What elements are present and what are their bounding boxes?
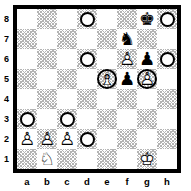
white-pawn-c2[interactable]: ♟♙ bbox=[57, 129, 77, 149]
piece-glyph: ♟ bbox=[137, 49, 157, 69]
square-c8[interactable] bbox=[57, 9, 77, 29]
square-c5[interactable] bbox=[57, 69, 77, 89]
white-pawn-g5[interactable]: ♟♙ bbox=[137, 69, 157, 89]
target-circle-d6 bbox=[80, 52, 95, 67]
white-knight-b1[interactable]: ♞♘ bbox=[37, 149, 57, 169]
square-a7[interactable] bbox=[17, 29, 37, 49]
target-circle-d2 bbox=[80, 132, 95, 147]
chess-diagram: 87654321 ♚♞♟♙♟♝♗♟♟♙♟♙♟♙♟♙♞♘♚♔ abcdefgh bbox=[0, 0, 191, 191]
square-h3[interactable] bbox=[157, 109, 177, 129]
square-a8[interactable] bbox=[17, 9, 37, 29]
target-circle-h6 bbox=[160, 52, 175, 67]
square-a3[interactable] bbox=[17, 109, 37, 129]
square-g4[interactable] bbox=[137, 89, 157, 109]
piece-glyph: ♞ bbox=[117, 29, 137, 49]
square-f4[interactable] bbox=[117, 89, 137, 109]
white-king-g1[interactable]: ♚♔ bbox=[137, 149, 157, 169]
square-f6[interactable]: ♟♙ bbox=[117, 49, 137, 69]
piece-glyph: ♘ bbox=[37, 149, 57, 169]
black-pawn-f5[interactable]: ♟ bbox=[117, 69, 137, 89]
square-e4[interactable] bbox=[97, 89, 117, 109]
square-d5[interactable] bbox=[77, 69, 97, 89]
square-e8[interactable] bbox=[97, 9, 117, 29]
file-label-g: g bbox=[137, 175, 157, 188]
piece-glyph: ♟ bbox=[117, 69, 137, 89]
black-king-g8[interactable]: ♚ bbox=[137, 9, 157, 29]
square-d8[interactable] bbox=[77, 9, 97, 29]
square-f8[interactable] bbox=[117, 9, 137, 29]
white-pawn-f6[interactable]: ♟♙ bbox=[117, 49, 137, 69]
square-b5[interactable] bbox=[37, 69, 57, 89]
square-b8[interactable] bbox=[37, 9, 57, 29]
file-label-d: d bbox=[77, 175, 97, 188]
rank-label-7: 7 bbox=[0, 29, 13, 49]
square-f2[interactable] bbox=[117, 129, 137, 149]
chess-board: ♚♞♟♙♟♝♗♟♟♙♟♙♟♙♟♙♞♘♚♔ bbox=[13, 5, 181, 173]
square-g7[interactable] bbox=[137, 29, 157, 49]
square-h7[interactable] bbox=[157, 29, 177, 49]
white-pawn-b2[interactable]: ♟♙ bbox=[37, 129, 57, 149]
square-b6[interactable] bbox=[37, 49, 57, 69]
square-c1[interactable] bbox=[57, 149, 77, 169]
rank-label-2: 2 bbox=[0, 129, 13, 149]
square-h1[interactable] bbox=[157, 149, 177, 169]
square-e1[interactable] bbox=[97, 149, 117, 169]
square-b3[interactable] bbox=[37, 109, 57, 129]
square-a5[interactable] bbox=[17, 69, 37, 89]
square-a2[interactable]: ♟♙ bbox=[17, 129, 37, 149]
file-labels: abcdefgh bbox=[17, 175, 177, 188]
square-g5[interactable]: ♟♙ bbox=[137, 69, 157, 89]
piece-glyph: ♗ bbox=[97, 69, 117, 89]
square-g3[interactable] bbox=[137, 109, 157, 129]
square-f7[interactable]: ♞ bbox=[117, 29, 137, 49]
square-b4[interactable] bbox=[37, 89, 57, 109]
square-d3[interactable] bbox=[77, 109, 97, 129]
file-label-f: f bbox=[117, 175, 137, 188]
square-h2[interactable] bbox=[157, 129, 177, 149]
square-h4[interactable] bbox=[157, 89, 177, 109]
square-c7[interactable] bbox=[57, 29, 77, 49]
piece-glyph: ♙ bbox=[37, 129, 57, 149]
piece-glyph: ♙ bbox=[17, 129, 37, 149]
white-bishop-e5[interactable]: ♝♗ bbox=[97, 69, 117, 89]
rank-label-3: 3 bbox=[0, 109, 13, 129]
square-h5[interactable] bbox=[157, 69, 177, 89]
square-b7[interactable] bbox=[37, 29, 57, 49]
square-e6[interactable] bbox=[97, 49, 117, 69]
target-circle-a3 bbox=[20, 112, 35, 127]
square-b2[interactable]: ♟♙ bbox=[37, 129, 57, 149]
file-label-b: b bbox=[37, 175, 57, 188]
white-pawn-a2[interactable]: ♟♙ bbox=[17, 129, 37, 149]
piece-glyph: ♚ bbox=[137, 9, 157, 29]
square-c2[interactable]: ♟♙ bbox=[57, 129, 77, 149]
file-label-a: a bbox=[17, 175, 37, 188]
square-h6[interactable] bbox=[157, 49, 177, 69]
square-e3[interactable] bbox=[97, 109, 117, 129]
square-g1[interactable]: ♚♔ bbox=[137, 149, 157, 169]
square-b1[interactable]: ♞♘ bbox=[37, 149, 57, 169]
square-g8[interactable]: ♚ bbox=[137, 9, 157, 29]
file-label-h: h bbox=[157, 175, 177, 188]
square-e7[interactable] bbox=[97, 29, 117, 49]
square-h8[interactable] bbox=[157, 9, 177, 29]
target-circle-d8 bbox=[80, 12, 95, 27]
square-f1[interactable] bbox=[117, 149, 137, 169]
square-c6[interactable] bbox=[57, 49, 77, 69]
target-circle-c3 bbox=[60, 112, 75, 127]
square-g6[interactable]: ♟ bbox=[137, 49, 157, 69]
file-label-e: e bbox=[97, 175, 117, 188]
black-knight-f7[interactable]: ♞ bbox=[117, 29, 137, 49]
piece-glyph: ♙ bbox=[137, 69, 157, 89]
piece-glyph: ♔ bbox=[137, 149, 157, 169]
rank-label-8: 8 bbox=[0, 9, 13, 29]
square-d7[interactable] bbox=[77, 29, 97, 49]
rank-label-5: 5 bbox=[0, 69, 13, 89]
square-a4[interactable] bbox=[17, 89, 37, 109]
rank-label-1: 1 bbox=[0, 149, 13, 169]
target-circle-h8 bbox=[160, 12, 175, 27]
piece-glyph: ♙ bbox=[57, 129, 77, 149]
black-pawn-g6[interactable]: ♟ bbox=[137, 49, 157, 69]
square-f5[interactable]: ♟ bbox=[117, 69, 137, 89]
rank-label-6: 6 bbox=[0, 49, 13, 69]
piece-glyph: ♙ bbox=[117, 49, 137, 69]
square-d6[interactable] bbox=[77, 49, 97, 69]
square-e2[interactable] bbox=[97, 129, 117, 149]
square-d1[interactable] bbox=[77, 149, 97, 169]
rank-label-4: 4 bbox=[0, 89, 13, 109]
square-f3[interactable] bbox=[117, 109, 137, 129]
square-a6[interactable] bbox=[17, 49, 37, 69]
square-d4[interactable] bbox=[77, 89, 97, 109]
rank-labels: 87654321 bbox=[0, 9, 13, 169]
square-a1[interactable] bbox=[17, 149, 37, 169]
square-g2[interactable] bbox=[137, 129, 157, 149]
square-d2[interactable] bbox=[77, 129, 97, 149]
square-c3[interactable] bbox=[57, 109, 77, 129]
square-c4[interactable] bbox=[57, 89, 77, 109]
square-e5[interactable]: ♝♗ bbox=[97, 69, 117, 89]
file-label-c: c bbox=[57, 175, 77, 188]
